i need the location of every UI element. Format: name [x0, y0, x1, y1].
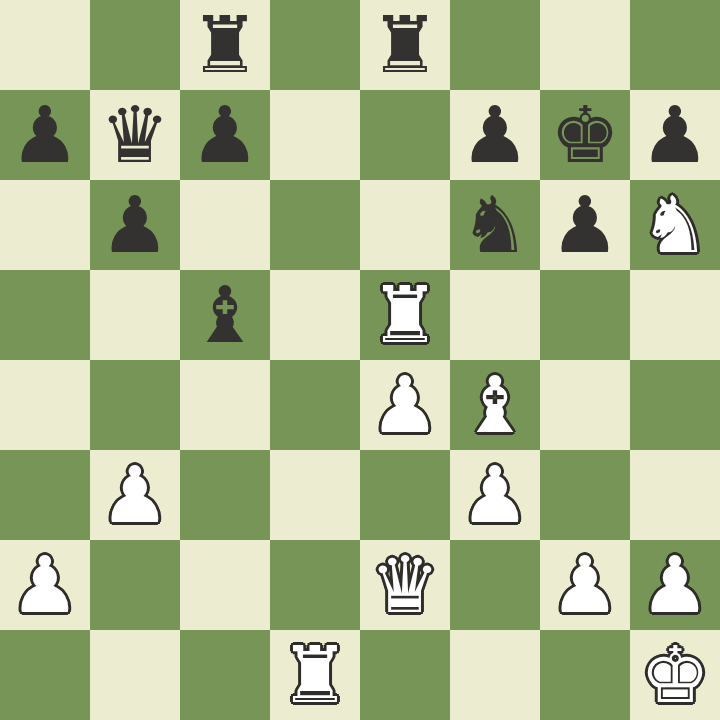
black-king-g7[interactable]: ♚ — [540, 90, 630, 180]
square-d3[interactable] — [270, 450, 360, 540]
square-e7[interactable] — [360, 90, 450, 180]
square-a2[interactable]: ♟ — [0, 540, 90, 630]
square-g6[interactable]: ♟ — [540, 180, 630, 270]
square-g5[interactable] — [540, 270, 630, 360]
square-b1[interactable] — [90, 630, 180, 720]
square-e4[interactable]: ♟ — [360, 360, 450, 450]
square-g1[interactable] — [540, 630, 630, 720]
white-king-h1[interactable]: ♚ — [630, 630, 720, 720]
square-d7[interactable] — [270, 90, 360, 180]
black-pawn-b6[interactable]: ♟ — [90, 180, 180, 270]
black-knight-f6[interactable]: ♞ — [450, 180, 540, 270]
square-f4[interactable]: ♝ — [450, 360, 540, 450]
square-f7[interactable]: ♟ — [450, 90, 540, 180]
square-e3[interactable] — [360, 450, 450, 540]
square-h1[interactable]: ♚ — [630, 630, 720, 720]
square-g4[interactable] — [540, 360, 630, 450]
square-a6[interactable] — [0, 180, 90, 270]
black-pawn-g6[interactable]: ♟ — [540, 180, 630, 270]
black-bishop-c5[interactable]: ♝ — [180, 270, 270, 360]
square-a5[interactable] — [0, 270, 90, 360]
square-d8[interactable] — [270, 0, 360, 90]
square-c5[interactable]: ♝ — [180, 270, 270, 360]
square-a4[interactable] — [0, 360, 90, 450]
square-f6[interactable]: ♞ — [450, 180, 540, 270]
black-pawn-f7[interactable]: ♟ — [450, 90, 540, 180]
square-d4[interactable] — [270, 360, 360, 450]
white-rook-e5[interactable]: ♜ — [360, 270, 450, 360]
square-b4[interactable] — [90, 360, 180, 450]
square-d1[interactable]: ♜ — [270, 630, 360, 720]
square-c6[interactable] — [180, 180, 270, 270]
black-pawn-h7[interactable]: ♟ — [630, 90, 720, 180]
square-b6[interactable]: ♟ — [90, 180, 180, 270]
square-h5[interactable] — [630, 270, 720, 360]
square-c8[interactable]: ♜ — [180, 0, 270, 90]
white-pawn-h2[interactable]: ♟ — [630, 540, 720, 630]
square-c7[interactable]: ♟ — [180, 90, 270, 180]
square-e2[interactable]: ♛ — [360, 540, 450, 630]
square-g7[interactable]: ♚ — [540, 90, 630, 180]
white-queen-e2[interactable]: ♛ — [360, 540, 450, 630]
square-f2[interactable] — [450, 540, 540, 630]
square-f3[interactable]: ♟ — [450, 450, 540, 540]
white-pawn-g2[interactable]: ♟ — [540, 540, 630, 630]
square-d5[interactable] — [270, 270, 360, 360]
square-d6[interactable] — [270, 180, 360, 270]
black-queen-b7[interactable]: ♛ — [90, 90, 180, 180]
black-pawn-c7[interactable]: ♟ — [180, 90, 270, 180]
white-pawn-f3[interactable]: ♟ — [450, 450, 540, 540]
square-f5[interactable] — [450, 270, 540, 360]
square-b3[interactable]: ♟ — [90, 450, 180, 540]
white-pawn-a2[interactable]: ♟ — [0, 540, 90, 630]
white-pawn-e4[interactable]: ♟ — [360, 360, 450, 450]
square-h6[interactable]: ♞ — [630, 180, 720, 270]
square-e6[interactable] — [360, 180, 450, 270]
black-rook-e8[interactable]: ♜ — [360, 0, 450, 90]
square-h4[interactable] — [630, 360, 720, 450]
square-b8[interactable] — [90, 0, 180, 90]
black-rook-c8[interactable]: ♜ — [180, 0, 270, 90]
black-pawn-a7[interactable]: ♟ — [0, 90, 90, 180]
square-h7[interactable]: ♟ — [630, 90, 720, 180]
square-e5[interactable]: ♜ — [360, 270, 450, 360]
square-h3[interactable] — [630, 450, 720, 540]
white-rook-d1[interactable]: ♜ — [270, 630, 360, 720]
square-b5[interactable] — [90, 270, 180, 360]
square-b7[interactable]: ♛ — [90, 90, 180, 180]
square-a7[interactable]: ♟ — [0, 90, 90, 180]
square-f1[interactable] — [450, 630, 540, 720]
square-b2[interactable] — [90, 540, 180, 630]
white-bishop-f4[interactable]: ♝ — [450, 360, 540, 450]
square-c2[interactable] — [180, 540, 270, 630]
square-h2[interactable]: ♟ — [630, 540, 720, 630]
square-c3[interactable] — [180, 450, 270, 540]
square-a3[interactable] — [0, 450, 90, 540]
square-e8[interactable]: ♜ — [360, 0, 450, 90]
square-e1[interactable] — [360, 630, 450, 720]
square-h8[interactable] — [630, 0, 720, 90]
white-knight-h6[interactable]: ♞ — [630, 180, 720, 270]
square-g3[interactable] — [540, 450, 630, 540]
square-a1[interactable] — [0, 630, 90, 720]
square-a8[interactable] — [0, 0, 90, 90]
square-g2[interactable]: ♟ — [540, 540, 630, 630]
square-g8[interactable] — [540, 0, 630, 90]
chess-board[interactable]: ♜♜♟♛♟♟♚♟♟♞♟♞♝♜♟♝♟♟♟♛♟♟♜♚ — [0, 0, 720, 720]
square-c4[interactable] — [180, 360, 270, 450]
square-d2[interactable] — [270, 540, 360, 630]
white-pawn-b3[interactable]: ♟ — [90, 450, 180, 540]
square-c1[interactable] — [180, 630, 270, 720]
square-f8[interactable] — [450, 0, 540, 90]
